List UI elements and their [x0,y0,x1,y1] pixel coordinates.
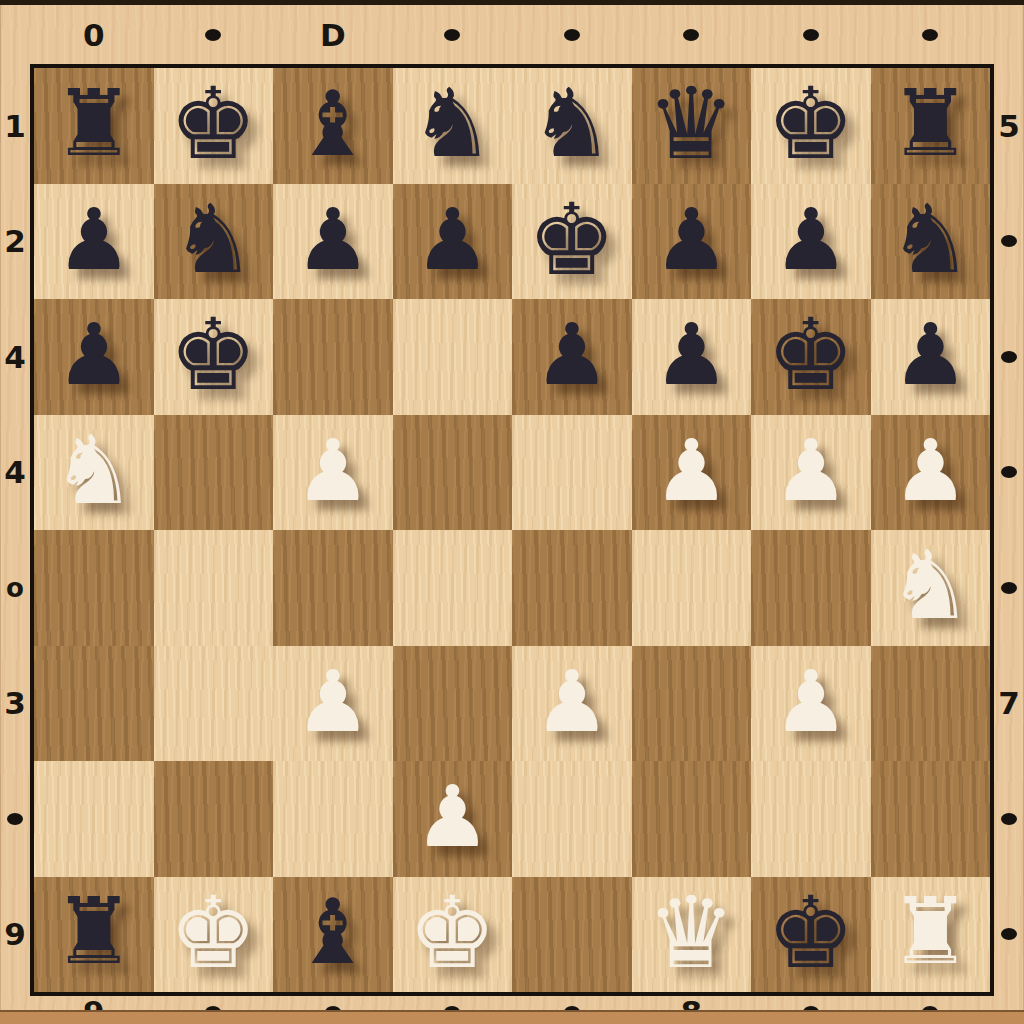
square-h4[interactable]: ♟ [871,415,991,531]
frame-bottom-edge [0,1010,1024,1024]
square-h2[interactable]: ♞ [871,184,991,300]
square-h8[interactable]: ♜ [871,877,991,993]
square-f3[interactable]: ♟ [632,299,752,415]
coordinate-right-8 [994,877,1024,993]
white-queen[interactable]: ♛ [647,883,736,982]
square-f1[interactable]: ♛ [632,68,752,184]
white-pawn[interactable]: ♟ [534,659,610,744]
coordinate-dot-marker [1001,351,1017,363]
white-king[interactable]: ♚ [169,883,258,982]
square-g1[interactable]: ♚ [751,68,871,184]
square-d5[interactable] [393,530,513,646]
black-pawn[interactable]: ♟ [295,197,371,282]
coordinate-label: 7 [998,685,1020,721]
black-knight[interactable]: ♞ [410,76,495,171]
square-e7[interactable] [512,761,632,877]
square-f8[interactable]: ♛ [632,877,752,993]
coordinate-label: 9 [4,916,26,952]
square-g4[interactable]: ♟ [751,415,871,531]
coordinate-dot-marker [922,29,938,41]
coordinate-label: 4 [4,454,26,490]
square-e4[interactable] [512,415,632,531]
coordinate-dot-marker [1001,466,1017,478]
black-pawn[interactable]: ♟ [414,197,490,282]
coordinate-right-4 [994,415,1024,531]
coordinate-left-1: 1 [0,68,30,184]
chess-board: ♜♚♝♞♞♛♚♜♟♞♟♟♚♟♟♞♟♚♟♟♚♟♞♟♟♟♟♞♟♟♟♟♜♚♝♚♛♚♜ [30,64,994,996]
white-pawn[interactable]: ♟ [773,659,849,744]
coordinate-top-1: 0 [34,5,154,64]
coordinate-dot-marker [803,29,819,41]
square-g8[interactable]: ♚ [751,877,871,993]
black-rook[interactable]: ♜ [53,886,135,978]
black-pawn[interactable]: ♟ [534,312,610,397]
square-e8[interactable] [512,877,632,993]
white-king[interactable]: ♚ [408,883,497,982]
square-e1[interactable]: ♞ [512,68,632,184]
wooden-board-frame: 0D 1244o39 57 98 ♜♚♝♞♞♛♚♜♟♞♟♟♚♟♟♞♟♚♟♟♚♟♞… [0,0,1024,1024]
square-b2[interactable]: ♞ [154,184,274,300]
square-a1[interactable]: ♜ [34,68,154,184]
square-g6[interactable]: ♟ [751,646,871,762]
coordinate-label: o [6,573,24,603]
square-a5[interactable] [34,530,154,646]
square-g2[interactable]: ♟ [751,184,871,300]
coordinate-top-7 [751,5,871,64]
coordinate-label: 1 [4,108,26,144]
black-queen[interactable]: ♛ [647,74,736,173]
black-pawn[interactable]: ♟ [653,312,729,397]
square-d6[interactable] [393,646,513,762]
coordinate-right-7 [994,761,1024,877]
square-h6[interactable] [871,646,991,762]
square-b6[interactable] [154,646,274,762]
coordinate-label: 3 [4,685,26,721]
square-h5[interactable]: ♞ [871,530,991,646]
black-rook[interactable]: ♜ [53,78,135,170]
coordinate-dot-marker [7,813,23,825]
square-f7[interactable] [632,761,752,877]
coordinate-label: 4 [4,339,26,375]
square-d3[interactable] [393,299,513,415]
coordinate-label: 2 [4,223,26,259]
square-b8[interactable]: ♚ [154,877,274,993]
coordinate-right-1: 5 [994,68,1024,184]
square-g5[interactable] [751,530,871,646]
square-e2[interactable]: ♚ [512,184,632,300]
coordinate-left-5: o [0,530,30,646]
coordinate-top-8 [871,5,991,64]
coordinate-label: 0 [83,17,105,53]
square-c3[interactable] [273,299,393,415]
coordinate-label: D [320,17,346,53]
coordinate-left-4: 4 [0,415,30,531]
black-knight[interactable]: ♞ [171,192,256,287]
square-e5[interactable] [512,530,632,646]
square-f6[interactable] [632,646,752,762]
coordinate-top-4 [393,5,513,64]
black-pawn[interactable]: ♟ [892,312,968,397]
white-pawn[interactable]: ♟ [414,774,490,859]
black-king[interactable]: ♚ [766,74,855,173]
square-c8[interactable]: ♝ [273,877,393,993]
square-f2[interactable]: ♟ [632,184,752,300]
square-c4[interactable]: ♟ [273,415,393,531]
coordinate-dot-marker [1001,813,1017,825]
square-b5[interactable] [154,530,274,646]
square-b7[interactable] [154,761,274,877]
black-bishop[interactable]: ♝ [292,887,373,977]
black-knight[interactable]: ♞ [529,76,614,171]
square-a6[interactable] [34,646,154,762]
black-knight[interactable]: ♞ [888,192,973,287]
square-a4[interactable]: ♞ [34,415,154,531]
white-pawn[interactable]: ♟ [295,659,371,744]
coordinate-left-3: 4 [0,299,30,415]
black-king[interactable]: ♚ [169,74,258,173]
square-g7[interactable] [751,761,871,877]
black-pawn[interactable]: ♟ [56,197,132,282]
black-king[interactable]: ♚ [169,305,258,404]
coordinate-top-3: D [273,5,393,64]
square-c2[interactable]: ♟ [273,184,393,300]
black-king[interactable]: ♚ [527,190,616,289]
white-pawn[interactable]: ♟ [773,428,849,513]
coordinate-dot-marker [1001,928,1017,940]
top-coordinates: 0D [34,5,990,64]
coordinate-dot-marker [683,29,699,41]
coordinate-dot-marker [444,29,460,41]
square-b1[interactable]: ♚ [154,68,274,184]
square-f5[interactable] [632,530,752,646]
square-h3[interactable]: ♟ [871,299,991,415]
right-coordinates: 57 [994,68,1024,992]
square-d8[interactable]: ♚ [393,877,513,993]
white-pawn[interactable]: ♟ [295,428,371,513]
square-b4[interactable] [154,415,274,531]
coordinate-top-5 [512,5,632,64]
left-coordinates: 1244o39 [0,68,30,992]
square-a2[interactable]: ♟ [34,184,154,300]
black-king[interactable]: ♚ [766,305,855,404]
coordinate-right-5 [994,530,1024,646]
black-rook[interactable]: ♜ [889,78,971,170]
coordinate-dot-marker [1001,582,1017,594]
coordinate-left-8: 9 [0,877,30,993]
black-king[interactable]: ♚ [766,883,855,982]
white-pawn[interactable]: ♟ [892,428,968,513]
coordinate-left-6: 3 [0,646,30,762]
coordinate-left-7 [0,761,30,877]
square-e6[interactable]: ♟ [512,646,632,762]
white-knight[interactable]: ♞ [888,538,973,633]
square-c7[interactable] [273,761,393,877]
coordinate-top-6 [632,5,752,64]
square-d1[interactable]: ♞ [393,68,513,184]
square-f4[interactable]: ♟ [632,415,752,531]
coordinate-top-2 [154,5,274,64]
square-a8[interactable]: ♜ [34,877,154,993]
black-pawn[interactable]: ♟ [56,312,132,397]
coordinate-dot-marker [205,29,221,41]
white-knight[interactable]: ♞ [51,423,136,518]
white-rook[interactable]: ♜ [889,886,971,978]
square-h1[interactable]: ♜ [871,68,991,184]
square-h7[interactable] [871,761,991,877]
black-pawn[interactable]: ♟ [653,197,729,282]
square-a7[interactable] [34,761,154,877]
square-b3[interactable]: ♚ [154,299,274,415]
square-d7[interactable]: ♟ [393,761,513,877]
black-pawn[interactable]: ♟ [773,197,849,282]
square-a3[interactable]: ♟ [34,299,154,415]
square-g3[interactable]: ♚ [751,299,871,415]
square-c5[interactable] [273,530,393,646]
square-c1[interactable]: ♝ [273,68,393,184]
coordinate-right-2 [994,184,1024,300]
square-e3[interactable]: ♟ [512,299,632,415]
square-d4[interactable] [393,415,513,531]
coordinate-dot-marker [1001,235,1017,247]
black-bishop[interactable]: ♝ [292,79,373,169]
square-c6[interactable]: ♟ [273,646,393,762]
square-d2[interactable]: ♟ [393,184,513,300]
coordinate-right-3 [994,299,1024,415]
coordinate-left-2: 2 [0,184,30,300]
coordinate-label: 5 [998,108,1020,144]
coordinate-right-6: 7 [994,646,1024,762]
white-pawn[interactable]: ♟ [653,428,729,513]
coordinate-dot-marker [564,29,580,41]
